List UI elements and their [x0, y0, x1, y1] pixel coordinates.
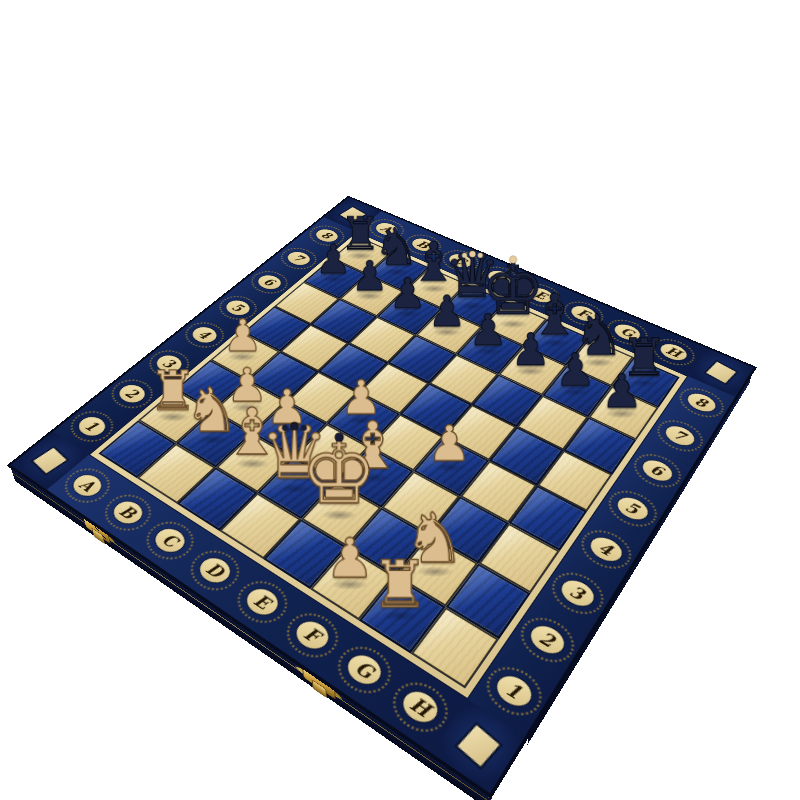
coordinate-label: C	[150, 524, 191, 556]
coordinate-label: 7	[662, 422, 698, 449]
piece-black-pawn: ♟	[389, 273, 427, 315]
piece-white-pawn: ♟	[325, 532, 374, 586]
chess-box-assembly: ABCDEFGH 87654321 ♜♞♝♛♚♝♞♜♟♟♟♟♟♟♟♟♟♟♟♟♟♝…	[11, 198, 754, 793]
piece-white-rook: ♜	[371, 552, 429, 617]
coordinate-label: 7	[283, 249, 313, 267]
coordinate-label: A	[372, 220, 401, 237]
square-c1	[177, 467, 257, 530]
coordinate-label: D	[195, 553, 237, 587]
coordinate-label: 5	[222, 298, 254, 318]
piece-white-king: ♚	[300, 430, 377, 516]
piece-black-pawn: ♟	[315, 240, 351, 280]
coordinate-label: 5	[613, 493, 652, 523]
dark-finial-accent	[291, 423, 298, 430]
coordinate-label: 6	[253, 273, 284, 292]
photo-scene: ABCDEFGH 87654321 ♜♞♝♛♚♝♞♜♟♟♟♟♟♟♟♟♟♟♟♟♟♝…	[0, 0, 800, 800]
piece-black-pawn: ♟	[428, 290, 466, 333]
coordinate-label: 4	[586, 533, 626, 566]
coordinate-label: C	[446, 252, 476, 270]
dark-finial-accent	[335, 433, 343, 441]
coordinate-label: 1	[491, 670, 536, 711]
product-photo: { "game": "chess", "scene_description": …	[0, 0, 800, 800]
coordinate-label: 2	[114, 382, 149, 406]
piece-black-pawn: ♟	[511, 328, 551, 373]
coordinate-label: A	[68, 471, 107, 500]
coordinate-label: E	[241, 584, 284, 620]
coordinate-label: 6	[638, 456, 675, 484]
piece-white-pawn: ♟	[223, 314, 262, 358]
coordinate-label: 8	[312, 227, 341, 244]
corner-inlay	[706, 361, 736, 383]
coordinate-label: G	[343, 650, 388, 690]
coordinate-label: 1	[73, 413, 110, 439]
coordinate-label: E	[525, 285, 556, 305]
coordinate-label: 2	[525, 621, 568, 659]
board-top-face: ABCDEFGH 87654321 ♜♞♝♛♚♝♞♜♟♟♟♟♟♟♟♟♟♟♟♟♟♝…	[11, 198, 754, 793]
coordinate-label: H	[398, 685, 444, 727]
coordinate-label: B	[108, 497, 148, 528]
piece-black-pawn: ♟	[555, 348, 596, 394]
coordinate-label: 8	[684, 390, 719, 415]
coordinate-label: D	[485, 268, 516, 287]
coordinate-label: F	[568, 303, 600, 324]
coordinate-label: 4	[188, 324, 221, 346]
piece-black-pawn: ♟	[601, 368, 643, 415]
coordinate-label: F	[291, 616, 335, 654]
coordinate-label: G	[612, 321, 644, 343]
coordinate-label: H	[657, 341, 690, 363]
corner-inlay	[457, 724, 499, 765]
coordinate-label: B	[408, 236, 438, 254]
corner-inlay	[33, 447, 66, 473]
piece-black-pawn: ♟	[468, 309, 507, 353]
light-finial-accent	[509, 256, 516, 263]
piece-white-pawn: ♟	[427, 420, 471, 469]
coordinate-label: 3	[557, 575, 599, 610]
piece-black-pawn: ♟	[351, 256, 388, 297]
